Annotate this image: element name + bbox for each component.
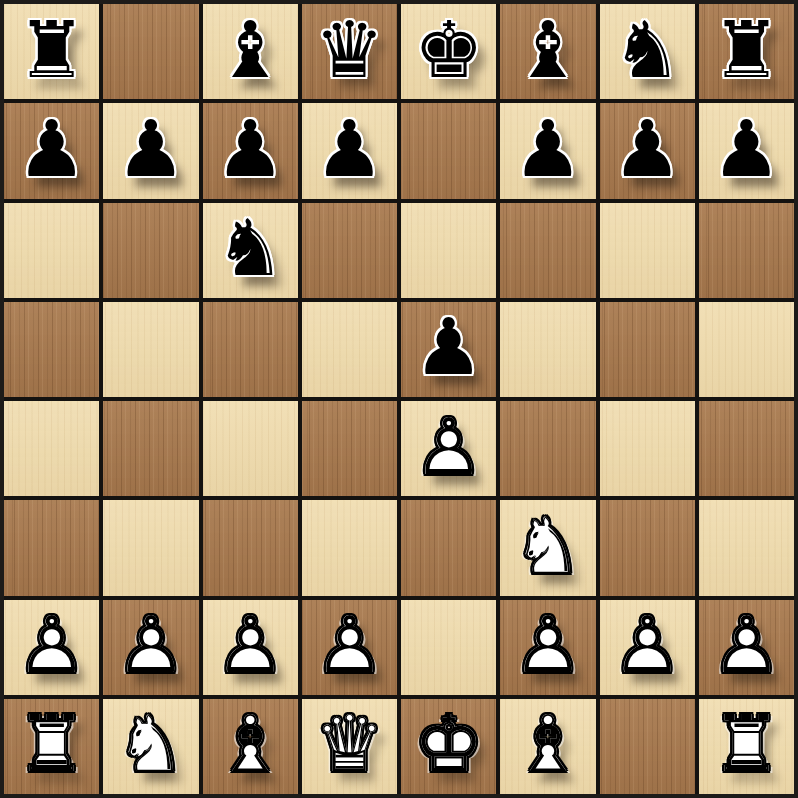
square-h1[interactable]: ♜♖ [699, 699, 794, 794]
square-d4[interactable] [302, 401, 397, 496]
chess-app: ♜♝♛♚♝♞♜♟♟♟♟♟♟♟♞♟♟♙♞♘♟♙♟♙♟♙♟♙♟♙♟♙♟♙♜♖♞♘♝♗… [0, 0, 798, 798]
square-d3[interactable] [302, 500, 397, 595]
square-h8[interactable]: ♜ [699, 4, 794, 99]
piece-black-pawn[interactable]: ♟ [513, 110, 583, 188]
square-f7[interactable]: ♟ [500, 103, 595, 198]
piece-white-queen[interactable]: ♛♕ [314, 705, 384, 783]
square-b6[interactable] [103, 203, 198, 298]
white-pawn-icon: ♟ [17, 606, 87, 684]
piece-white-bishop[interactable]: ♝♗ [215, 705, 285, 783]
square-e4[interactable]: ♟♙ [401, 401, 496, 496]
black-rook-icon: ♜ [17, 11, 87, 89]
black-bishop-icon: ♝ [215, 11, 285, 89]
square-d8[interactable]: ♛ [302, 4, 397, 99]
piece-white-pawn[interactable]: ♟♙ [414, 408, 484, 486]
piece-black-rook[interactable]: ♜ [17, 11, 87, 89]
square-d7[interactable]: ♟ [302, 103, 397, 198]
white-pawn-icon: ♟ [612, 606, 682, 684]
piece-black-rook[interactable]: ♜ [711, 11, 781, 89]
white-bishop-icon: ♝ [215, 705, 285, 783]
white-pawn-icon: ♟ [414, 408, 484, 486]
white-pawn-icon: ♟ [314, 606, 384, 684]
square-a8[interactable]: ♜ [4, 4, 99, 99]
piece-white-knight[interactable]: ♞♘ [513, 507, 583, 585]
piece-black-knight[interactable]: ♞ [215, 209, 285, 287]
piece-white-pawn[interactable]: ♟♙ [513, 606, 583, 684]
square-g8[interactable]: ♞ [600, 4, 695, 99]
piece-black-bishop[interactable]: ♝ [215, 11, 285, 89]
black-pawn-icon: ♟ [116, 110, 186, 188]
black-bishop-icon: ♝ [513, 11, 583, 89]
piece-black-pawn[interactable]: ♟ [414, 308, 484, 386]
square-a6[interactable] [4, 203, 99, 298]
white-bishop-icon: ♝ [513, 705, 583, 783]
white-queen-icon: ♛ [314, 705, 384, 783]
square-e5[interactable]: ♟ [401, 302, 496, 397]
piece-black-pawn[interactable]: ♟ [612, 110, 682, 188]
square-h5[interactable] [699, 302, 794, 397]
piece-black-pawn[interactable]: ♟ [711, 110, 781, 188]
square-d1[interactable]: ♛♕ [302, 699, 397, 794]
square-g7[interactable]: ♟ [600, 103, 695, 198]
square-g2[interactable]: ♟♙ [600, 600, 695, 695]
square-c5[interactable] [203, 302, 298, 397]
black-pawn-icon: ♟ [17, 110, 87, 188]
square-f4[interactable] [500, 401, 595, 496]
piece-white-knight[interactable]: ♞♘ [116, 705, 186, 783]
black-pawn-icon: ♟ [711, 110, 781, 188]
square-h4[interactable] [699, 401, 794, 496]
square-g6[interactable] [600, 203, 695, 298]
square-b4[interactable] [103, 401, 198, 496]
square-g5[interactable] [600, 302, 695, 397]
piece-black-knight[interactable]: ♞ [612, 11, 682, 89]
piece-black-queen[interactable]: ♛ [314, 11, 384, 89]
square-f6[interactable] [500, 203, 595, 298]
white-pawn-icon: ♟ [215, 606, 285, 684]
square-e1[interactable]: ♚♔ [401, 699, 496, 794]
square-h6[interactable] [699, 203, 794, 298]
black-pawn-icon: ♟ [612, 110, 682, 188]
black-pawn-icon: ♟ [414, 308, 484, 386]
white-rook-icon: ♜ [711, 705, 781, 783]
square-b2[interactable]: ♟♙ [103, 600, 198, 695]
square-e6[interactable] [401, 203, 496, 298]
piece-white-pawn[interactable]: ♟♙ [17, 606, 87, 684]
square-b8[interactable] [103, 4, 198, 99]
square-c8[interactable]: ♝ [203, 4, 298, 99]
black-pawn-icon: ♟ [314, 110, 384, 188]
square-c7[interactable]: ♟ [203, 103, 298, 198]
white-rook-icon: ♜ [17, 705, 87, 783]
square-f1[interactable]: ♝♗ [500, 699, 595, 794]
square-d6[interactable] [302, 203, 397, 298]
square-a5[interactable] [4, 302, 99, 397]
square-b3[interactable] [103, 500, 198, 595]
piece-white-pawn[interactable]: ♟♙ [215, 606, 285, 684]
piece-black-pawn[interactable]: ♟ [116, 110, 186, 188]
square-h7[interactable]: ♟ [699, 103, 794, 198]
square-f3[interactable]: ♞♘ [500, 500, 595, 595]
square-b1[interactable]: ♞♘ [103, 699, 198, 794]
square-f2[interactable]: ♟♙ [500, 600, 595, 695]
piece-black-pawn[interactable]: ♟ [17, 110, 87, 188]
square-b7[interactable]: ♟ [103, 103, 198, 198]
black-king-icon: ♚ [414, 11, 484, 89]
chess-board: ♜♝♛♚♝♞♜♟♟♟♟♟♟♟♞♟♟♙♞♘♟♙♟♙♟♙♟♙♟♙♟♙♟♙♜♖♞♘♝♗… [0, 0, 798, 798]
white-pawn-icon: ♟ [711, 606, 781, 684]
piece-white-rook[interactable]: ♜♖ [711, 705, 781, 783]
piece-white-bishop[interactable]: ♝♗ [513, 705, 583, 783]
square-f5[interactable] [500, 302, 595, 397]
square-a2[interactable]: ♟♙ [4, 600, 99, 695]
square-h2[interactable]: ♟♙ [699, 600, 794, 695]
square-g1[interactable] [600, 699, 695, 794]
piece-white-king[interactable]: ♚♔ [414, 705, 484, 783]
black-knight-icon: ♞ [612, 11, 682, 89]
piece-white-pawn[interactable]: ♟♙ [116, 606, 186, 684]
white-king-icon: ♚ [414, 705, 484, 783]
piece-white-pawn[interactable]: ♟♙ [314, 606, 384, 684]
piece-black-pawn[interactable]: ♟ [314, 110, 384, 188]
square-e2[interactable] [401, 600, 496, 695]
black-pawn-icon: ♟ [215, 110, 285, 188]
square-h3[interactable] [699, 500, 794, 595]
square-c6[interactable]: ♞ [203, 203, 298, 298]
square-a7[interactable]: ♟ [4, 103, 99, 198]
square-b5[interactable] [103, 302, 198, 397]
square-g4[interactable] [600, 401, 695, 496]
piece-white-rook[interactable]: ♜♖ [17, 705, 87, 783]
square-a1[interactable]: ♜♖ [4, 699, 99, 794]
square-c1[interactable]: ♝♗ [203, 699, 298, 794]
white-pawn-icon: ♟ [513, 606, 583, 684]
piece-black-king[interactable]: ♚ [414, 11, 484, 89]
square-a4[interactable] [4, 401, 99, 496]
white-knight-icon: ♞ [116, 705, 186, 783]
white-pawn-icon: ♟ [116, 606, 186, 684]
piece-black-bishop[interactable]: ♝ [513, 11, 583, 89]
white-knight-icon: ♞ [513, 507, 583, 585]
square-e3[interactable] [401, 500, 496, 595]
black-knight-icon: ♞ [215, 209, 285, 287]
black-rook-icon: ♜ [711, 11, 781, 89]
square-d2[interactable]: ♟♙ [302, 600, 397, 695]
square-c4[interactable] [203, 401, 298, 496]
square-e7[interactable] [401, 103, 496, 198]
square-e8[interactable]: ♚ [401, 4, 496, 99]
square-g3[interactable] [600, 500, 695, 595]
piece-black-pawn[interactable]: ♟ [215, 110, 285, 188]
piece-white-pawn[interactable]: ♟♙ [612, 606, 682, 684]
black-queen-icon: ♛ [314, 11, 384, 89]
square-a3[interactable] [4, 500, 99, 595]
piece-white-pawn[interactable]: ♟♙ [711, 606, 781, 684]
square-f8[interactable]: ♝ [500, 4, 595, 99]
square-d5[interactable] [302, 302, 397, 397]
black-pawn-icon: ♟ [513, 110, 583, 188]
square-c2[interactable]: ♟♙ [203, 600, 298, 695]
square-c3[interactable] [203, 500, 298, 595]
